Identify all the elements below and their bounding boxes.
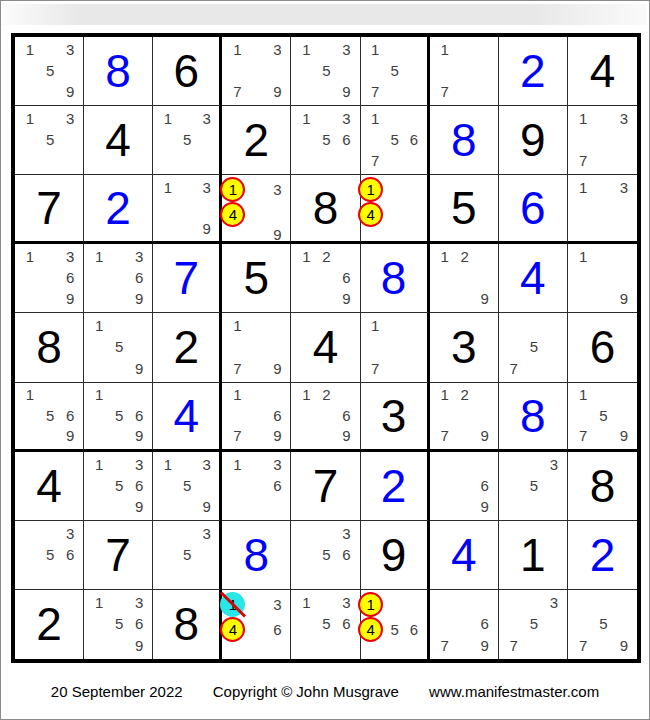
cell-r5c6[interactable]: 17 <box>361 313 430 382</box>
candidate-slot-empty <box>385 150 404 171</box>
candidate-grid: 13 <box>573 177 634 238</box>
candidate-grid: 129 <box>435 246 495 309</box>
candidate-slot-empty <box>267 385 287 405</box>
cell-r3c2[interactable]: 2 <box>84 175 153 244</box>
candidate-slot-empty <box>544 613 564 634</box>
candidate-slot-empty <box>89 336 109 357</box>
cell-r8c4[interactable]: 8 <box>222 521 291 590</box>
candidate-digit: 1 <box>227 454 247 475</box>
candidate-slot-empty <box>40 108 60 129</box>
candidate-slot-empty <box>435 267 455 288</box>
cell-r5c9[interactable]: 6 <box>568 313 637 382</box>
given-digit: 3 <box>430 313 498 381</box>
cell-r1c8[interactable]: 2 <box>499 37 568 106</box>
cell-r5c3[interactable]: 2 <box>153 313 222 382</box>
candidate-digit: 9 <box>267 425 287 445</box>
candidate-digit: 5 <box>109 405 129 425</box>
candidate-slot-empty <box>544 315 564 336</box>
candidate-grid: 159 <box>89 315 149 378</box>
candidate-slot-empty <box>435 613 455 634</box>
candidate-slot-empty <box>504 454 524 475</box>
candidate-digit: 1 <box>227 315 247 336</box>
cell-r9c4[interactable]: 1346 <box>222 590 291 659</box>
given-digit: 8 <box>15 313 83 381</box>
candidate-digit: 7 <box>227 81 247 102</box>
cell-r1c7[interactable]: 17 <box>430 37 499 106</box>
footer-copyright: Copyright © John Musgrave <box>213 683 399 700</box>
candidate-slot-empty <box>129 385 149 405</box>
candidate-digit: 1 <box>89 315 109 336</box>
candidate-digit: 5 <box>385 60 404 81</box>
candidate-slot-highlighted: 4 <box>227 202 247 227</box>
candidate-digit: 1 <box>158 108 177 129</box>
cell-r1c1[interactable]: 1359 <box>15 37 84 106</box>
candidate-slot-empty <box>247 227 267 242</box>
candidate-slot-empty <box>593 635 613 656</box>
candidate-slot-empty <box>455 267 475 288</box>
candidate-slot-empty <box>296 129 316 150</box>
candidate-slot-empty <box>573 218 593 238</box>
given-digit: 7 <box>15 175 83 241</box>
candidate-slot-empty <box>247 454 267 475</box>
cell-r7c5[interactable]: 7 <box>291 452 360 521</box>
candidate-slot-empty <box>435 60 455 81</box>
cell-r2c6[interactable]: 1567 <box>361 106 430 175</box>
candidate-slot-empty <box>227 496 247 517</box>
cell-r9c8[interactable]: 357 <box>499 590 568 659</box>
candidate-grid: 1359 <box>296 39 356 102</box>
cell-r6c1[interactable]: 1569 <box>15 383 84 452</box>
candidate-slot-empty <box>247 405 267 425</box>
candidate-digit: 6 <box>337 544 357 565</box>
candidate-digit: 3 <box>267 177 287 202</box>
candidate-grid: 69 <box>435 454 495 517</box>
candidate-slot-empty <box>316 39 336 60</box>
candidate-grid: 35 <box>504 454 564 517</box>
candidate-digit: 9 <box>337 81 357 102</box>
candidate-digit: 5 <box>178 129 197 150</box>
candidate-slot-empty <box>296 405 316 425</box>
candidate-slot-empty <box>40 39 60 60</box>
candidate-digit: 3 <box>544 592 564 613</box>
candidate-slot-empty <box>404 592 423 617</box>
cell-r3c1[interactable]: 7 <box>15 175 84 244</box>
cell-r7c8[interactable]: 35 <box>499 452 568 521</box>
candidate-digit: 9 <box>60 288 80 309</box>
candidate-slot-empty <box>109 496 129 517</box>
cell-r8c2[interactable]: 7 <box>84 521 153 590</box>
candidate-slot-empty <box>316 565 336 586</box>
cell-r9c7[interactable]: 679 <box>430 590 499 659</box>
candidate-digit: 5 <box>178 544 197 565</box>
candidate-digit: 3 <box>60 246 80 267</box>
candidate-slot-highlighted: 1 <box>227 592 247 617</box>
candidate-digit: 9 <box>614 635 634 656</box>
given-digit: 7 <box>84 521 152 589</box>
given-digit: 5 <box>222 244 290 312</box>
candidate-slot-empty <box>296 150 316 171</box>
candidate-slot-empty <box>504 496 524 517</box>
candidate-slot-empty <box>197 198 216 218</box>
candidate-slot-empty <box>247 385 267 405</box>
cell-r6c4[interactable]: 1679 <box>222 383 291 452</box>
cell-r7c1[interactable]: 4 <box>15 452 84 521</box>
candidate-slot-empty <box>573 129 593 150</box>
cell-r8c7[interactable]: 4 <box>430 521 499 590</box>
candidate-slot-empty <box>455 60 475 81</box>
candidate-digit: 1 <box>89 592 109 613</box>
candidate-grid: 17 <box>366 315 424 378</box>
candidate-slot-empty <box>385 202 404 227</box>
cell-r4c3[interactable]: 7 <box>153 244 222 313</box>
candidate-slot-empty <box>504 475 524 496</box>
candidate-slot-empty <box>158 198 177 218</box>
cell-r2c2[interactable]: 4 <box>84 106 153 175</box>
candidate-slot-empty <box>455 613 475 634</box>
highlight-circle-yellow: 4 <box>220 617 245 642</box>
candidate-slot-empty <box>178 108 197 129</box>
candidate-slot-empty <box>40 81 60 102</box>
candidate-slot-empty <box>573 267 593 288</box>
candidate-slot-empty <box>524 358 544 379</box>
candidate-slot-empty <box>197 544 216 565</box>
candidate-slot-empty <box>475 39 495 60</box>
candidate-slot-empty <box>404 150 423 171</box>
candidate-digit: 3 <box>60 523 80 544</box>
candidate-slot-empty <box>385 227 404 238</box>
candidate-digit: 9 <box>267 227 287 242</box>
candidate-grid: 1369 <box>89 246 149 309</box>
candidate-slot-empty <box>129 336 149 357</box>
candidate-slot-empty <box>593 218 613 238</box>
candidate-slot-empty <box>316 592 336 613</box>
candidate-slot-empty <box>614 218 634 238</box>
candidate-slot-empty <box>337 385 357 405</box>
candidate-slot-empty <box>404 642 423 656</box>
cell-r9c9[interactable]: 579 <box>568 590 637 659</box>
candidate-slot-empty <box>475 454 495 475</box>
candidate-slot-empty <box>593 108 613 129</box>
candidate-slot-highlighted: 1 <box>366 592 385 617</box>
candidate-slot-empty <box>227 60 247 81</box>
candidate-slot-empty <box>267 60 287 81</box>
candidate-slot-empty <box>197 475 216 496</box>
candidate-slot-empty <box>475 81 495 102</box>
candidate-digit: 6 <box>337 267 357 288</box>
cell-r5c4[interactable]: 179 <box>222 313 291 382</box>
candidate-slot-empty <box>593 425 613 445</box>
cell-r3c6[interactable]: 14 <box>361 175 430 244</box>
cell-r8c5[interactable]: 356 <box>291 521 360 590</box>
candidate-digit: 7 <box>366 81 385 102</box>
candidate-slot-empty <box>385 336 404 357</box>
candidate-slot-empty <box>455 39 475 60</box>
candidate-slot-empty <box>593 150 613 171</box>
candidate-grid: 1269 <box>296 246 356 309</box>
candidate-slot-empty <box>366 227 385 238</box>
cell-r7c2[interactable]: 13569 <box>84 452 153 521</box>
candidate-slot-empty <box>614 592 634 613</box>
candidate-slot-empty <box>435 288 455 309</box>
cell-r8c1[interactable]: 356 <box>15 521 84 590</box>
sudoku-app-window: 1359861379135915717241354135213561567891… <box>0 0 650 720</box>
candidate-digit: 1 <box>366 108 385 129</box>
cell-r2c1[interactable]: 135 <box>15 106 84 175</box>
candidate-slot-empty <box>544 336 564 357</box>
candidate-slot-empty <box>247 496 267 517</box>
cell-r6c8[interactable]: 8 <box>499 383 568 452</box>
candidate-slot-empty <box>337 246 357 267</box>
cell-r2c5[interactable]: 1356 <box>291 106 360 175</box>
candidate-digit: 6 <box>267 617 287 642</box>
candidate-slot-empty <box>178 454 197 475</box>
candidate-digit: 5 <box>109 475 129 496</box>
cell-r6c6[interactable]: 3 <box>361 383 430 452</box>
candidate-slot-empty <box>20 60 40 81</box>
candidate-digit: 5 <box>178 475 197 496</box>
candidate-slot-empty <box>20 565 40 586</box>
candidate-digit: 6 <box>337 613 357 634</box>
candidate-grid: 1279 <box>435 385 495 446</box>
candidate-digit: 7 <box>227 425 247 445</box>
given-digit: 6 <box>153 37 219 105</box>
cell-r9c2[interactable]: 13569 <box>84 590 153 659</box>
candidate-slot-empty <box>178 496 197 517</box>
candidate-slot-empty <box>614 129 634 150</box>
given-digit: 6 <box>568 313 637 381</box>
candidate-slot-empty <box>316 635 336 656</box>
candidate-slot-empty <box>614 405 634 425</box>
candidate-slot-empty <box>296 60 316 81</box>
cell-r1c6[interactable]: 157 <box>361 37 430 106</box>
cell-r5c1[interactable]: 8 <box>15 313 84 382</box>
cell-r1c9[interactable]: 4 <box>568 37 637 106</box>
candidate-slot-empty <box>573 288 593 309</box>
cell-r4c5[interactable]: 1269 <box>291 244 360 313</box>
candidate-digit: 6 <box>129 267 149 288</box>
candidate-grid: 1456 <box>366 592 424 656</box>
candidate-slot-empty <box>247 592 267 617</box>
highlight-circle-yellow: 4 <box>220 202 245 227</box>
candidate-slot-empty <box>247 425 267 445</box>
solved-digit: 8 <box>84 37 152 105</box>
cell-r9c5[interactable]: 1356 <box>291 590 360 659</box>
solved-digit: 2 <box>499 37 567 105</box>
cell-r3c7[interactable]: 5 <box>430 175 499 244</box>
cell-r5c5[interactable]: 4 <box>291 313 360 382</box>
cell-r9c3[interactable]: 8 <box>153 590 222 659</box>
candidate-slot-empty <box>385 315 404 336</box>
candidate-slot-empty <box>573 592 593 613</box>
candidate-digit: 6 <box>267 405 287 425</box>
cell-r4c1[interactable]: 1369 <box>15 244 84 313</box>
cell-r4c8[interactable]: 4 <box>499 244 568 313</box>
candidate-slot-empty <box>366 642 385 656</box>
cell-r9c1[interactable]: 2 <box>15 590 84 659</box>
candidate-grid: 57 <box>504 315 564 378</box>
cell-r7c4[interactable]: 136 <box>222 452 291 521</box>
cell-r4c7[interactable]: 129 <box>430 244 499 313</box>
candidate-digit: 7 <box>227 358 247 379</box>
solved-digit: 8 <box>430 106 498 174</box>
candidate-grid: 1569 <box>89 385 149 446</box>
candidate-slot-empty <box>614 385 634 405</box>
candidate-slot-empty <box>40 385 60 405</box>
candidate-digit: 5 <box>40 544 60 565</box>
candidate-slot-empty <box>227 336 247 357</box>
candidate-digit: 5 <box>316 60 336 81</box>
candidate-slot-empty <box>385 642 404 656</box>
candidate-slot-empty <box>178 565 197 586</box>
candidate-slot-empty <box>573 405 593 425</box>
cell-r2c4[interactable]: 2 <box>222 106 291 175</box>
solved-digit: 7 <box>153 244 219 312</box>
candidate-slot-empty <box>267 642 287 656</box>
candidate-digit: 7 <box>504 635 524 656</box>
solved-digit: 8 <box>222 521 290 589</box>
candidate-slot-empty <box>404 108 423 129</box>
candidate-grid: 356 <box>296 523 356 586</box>
cell-r2c7[interactable]: 8 <box>430 106 499 175</box>
candidate-slot-empty <box>404 315 423 336</box>
cell-r9c6[interactable]: 1456 <box>361 590 430 659</box>
given-digit: 5 <box>430 175 498 241</box>
candidate-slot-empty <box>20 267 40 288</box>
cell-r7c3[interactable]: 1359 <box>153 452 222 521</box>
candidate-slot-empty <box>197 129 216 150</box>
cell-r8c3[interactable]: 35 <box>153 521 222 590</box>
candidate-digit: 2 <box>455 385 475 405</box>
cell-r5c2[interactable]: 159 <box>84 313 153 382</box>
candidate-slot-empty <box>593 246 613 267</box>
cell-r1c3[interactable]: 6 <box>153 37 222 106</box>
candidate-digit: 3 <box>267 454 287 475</box>
candidate-digit: 9 <box>129 425 149 445</box>
cell-r1c5[interactable]: 1359 <box>291 37 360 106</box>
cell-r3c5[interactable]: 8 <box>291 175 360 244</box>
cell-r6c2[interactable]: 1569 <box>84 383 153 452</box>
cell-r2c9[interactable]: 137 <box>568 106 637 175</box>
cell-r3c8[interactable]: 6 <box>499 175 568 244</box>
cell-r6c3[interactable]: 4 <box>153 383 222 452</box>
candidate-slot-empty <box>296 81 316 102</box>
candidate-digit: 7 <box>366 150 385 171</box>
cell-r8c8[interactable]: 1 <box>499 521 568 590</box>
candidate-slot-empty <box>20 150 40 171</box>
cell-r6c5[interactable]: 1269 <box>291 383 360 452</box>
candidate-slot-empty <box>20 523 40 544</box>
candidate-slot-empty <box>267 315 287 336</box>
candidate-digit: 3 <box>337 108 357 129</box>
candidate-slot-empty <box>158 150 177 171</box>
cell-r4c6[interactable]: 8 <box>361 244 430 313</box>
candidate-digit: 3 <box>267 592 287 617</box>
cell-r6c9[interactable]: 1579 <box>568 383 637 452</box>
cell-r1c2[interactable]: 8 <box>84 37 153 106</box>
cell-r3c9[interactable]: 13 <box>568 175 637 244</box>
candidate-slot-empty <box>475 385 495 405</box>
candidate-slot-empty <box>247 39 267 60</box>
candidate-slot-empty <box>227 227 247 242</box>
cell-r5c8[interactable]: 57 <box>499 313 568 382</box>
candidate-slot-empty <box>593 592 613 613</box>
candidate-digit: 1 <box>20 246 40 267</box>
candidate-grid: 136 <box>227 454 287 517</box>
candidate-slot-empty <box>316 523 336 544</box>
candidate-digit: 9 <box>475 635 495 656</box>
candidate-slot-empty <box>89 496 109 517</box>
candidate-slot-highlighted: 4 <box>366 617 385 642</box>
candidate-slot-empty <box>385 39 404 60</box>
candidate-slot-empty <box>475 60 495 81</box>
cell-r6c7[interactable]: 1279 <box>430 383 499 452</box>
candidate-slot-empty <box>227 475 247 496</box>
candidate-digit: 1 <box>20 108 40 129</box>
candidate-digit: 5 <box>385 129 404 150</box>
candidate-slot-empty <box>385 81 404 102</box>
given-digit: 4 <box>84 106 152 174</box>
cell-r2c3[interactable]: 135 <box>153 106 222 175</box>
given-digit: 9 <box>499 106 567 174</box>
candidate-digit: 1 <box>227 385 247 405</box>
cell-r7c9[interactable]: 8 <box>568 452 637 521</box>
solved-digit: 4 <box>153 383 219 449</box>
cell-r3c4[interactable]: 1349 <box>222 175 291 244</box>
candidate-grid: 1379 <box>227 39 287 102</box>
candidate-slot-empty <box>227 642 247 656</box>
highlight-circle-yellow: 1 <box>220 177 245 202</box>
given-digit: 8 <box>291 175 359 241</box>
highlight-circle-yellow: 1 <box>358 592 383 617</box>
candidate-digit: 5 <box>40 405 60 425</box>
candidate-digit: 9 <box>267 81 287 102</box>
candidate-slot-empty <box>89 613 109 634</box>
candidate-slot-empty <box>316 108 336 129</box>
candidate-slot-empty <box>455 288 475 309</box>
candidate-slot-empty <box>573 613 593 634</box>
candidate-slot-empty <box>227 405 247 425</box>
candidate-slot-empty <box>109 246 129 267</box>
candidate-digit: 9 <box>129 496 149 517</box>
candidate-slot-empty <box>247 81 267 102</box>
cell-r8c9[interactable]: 2 <box>568 521 637 590</box>
candidate-digit: 6 <box>129 405 149 425</box>
candidate-slot-empty <box>247 60 267 81</box>
cell-r8c6[interactable]: 9 <box>361 521 430 590</box>
solved-digit: 2 <box>84 175 152 241</box>
candidate-grid: 17 <box>435 39 495 102</box>
candidate-slot-empty <box>20 544 40 565</box>
cell-r7c7[interactable]: 69 <box>430 452 499 521</box>
candidate-slot-empty <box>178 177 197 197</box>
candidate-grid: 356 <box>20 523 80 586</box>
cell-r1c4[interactable]: 1379 <box>222 37 291 106</box>
cell-r4c2[interactable]: 1369 <box>84 244 153 313</box>
candidate-digit: 5 <box>40 129 60 150</box>
cell-r5c7[interactable]: 3 <box>430 313 499 382</box>
candidate-slot-empty <box>337 635 357 656</box>
candidate-slot-highlighted: 1 <box>366 177 385 202</box>
cell-r4c9[interactable]: 19 <box>568 244 637 313</box>
candidate-slot-empty <box>524 635 544 656</box>
cell-r3c3[interactable]: 139 <box>153 175 222 244</box>
candidate-slot-empty <box>504 613 524 634</box>
candidate-slot-empty <box>544 475 564 496</box>
candidate-digit: 3 <box>337 39 357 60</box>
cell-r7c6[interactable]: 2 <box>361 452 430 521</box>
cell-r2c8[interactable]: 9 <box>499 106 568 175</box>
cell-r4c4[interactable]: 5 <box>222 244 291 313</box>
